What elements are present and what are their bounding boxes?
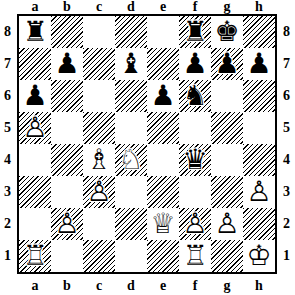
piece-fill-layer: ♟ — [51, 48, 83, 80]
square-c5[interactable] — [83, 112, 115, 144]
square-e1[interactable] — [147, 240, 179, 272]
square-d1[interactable] — [115, 240, 147, 272]
square-b1[interactable] — [51, 240, 83, 272]
square-c1[interactable] — [83, 240, 115, 272]
square-c4[interactable]: ♝♗ — [83, 144, 115, 176]
piece-white-pawn[interactable]: ♟♙ — [211, 208, 243, 240]
square-d3[interactable] — [115, 176, 147, 208]
file-label-d: d — [115, 0, 147, 14]
square-f4[interactable]: ♛ — [179, 144, 211, 176]
square-b7[interactable]: ♟ — [51, 48, 83, 80]
square-d7[interactable]: ♝ — [115, 48, 147, 80]
piece-fill-layer: ♟ — [19, 80, 51, 112]
square-f6[interactable]: ♞ — [179, 80, 211, 112]
piece-outline-layer: ♔ — [243, 240, 275, 272]
file-label-c: c — [83, 276, 115, 295]
file-label-f: f — [179, 0, 211, 14]
piece-fill-layer: ♟ — [147, 80, 179, 112]
piece-outline-layer: ♖ — [179, 240, 211, 272]
square-a7[interactable] — [19, 48, 51, 80]
piece-fill-layer: ♚ — [211, 16, 243, 48]
piece-outline-layer: ♙ — [51, 208, 83, 240]
square-e8[interactable] — [147, 16, 179, 48]
piece-fill-layer: ♟ — [243, 48, 275, 80]
square-d6[interactable] — [115, 80, 147, 112]
chess-diagram: abcdefgh abcdefgh 87654321 87654321 ♜♜♚♟… — [0, 0, 295, 295]
square-c6[interactable] — [83, 80, 115, 112]
piece-outline-layer: ♙ — [211, 208, 243, 240]
piece-outline-layer: ♙ — [83, 176, 115, 208]
square-a8[interactable]: ♜ — [19, 16, 51, 48]
piece-white-rook[interactable]: ♜♖ — [19, 240, 51, 272]
piece-black-knight[interactable]: ♞ — [179, 80, 211, 112]
square-g8[interactable]: ♚ — [211, 16, 243, 48]
square-g6[interactable] — [211, 80, 243, 112]
piece-white-king[interactable]: ♚♔ — [243, 240, 275, 272]
square-h4[interactable] — [243, 144, 275, 176]
piece-fill-layer: ♜ — [179, 16, 211, 48]
square-h2[interactable] — [243, 208, 275, 240]
rank-label-3: 3 — [279, 176, 294, 208]
piece-outline-layer: ♗ — [83, 144, 115, 176]
square-c2[interactable] — [83, 208, 115, 240]
file-label-e: e — [147, 0, 179, 14]
file-label-b: b — [51, 0, 83, 14]
square-h7[interactable]: ♟ — [243, 48, 275, 80]
file-label-h: h — [243, 276, 275, 295]
piece-black-pawn[interactable]: ♟ — [147, 80, 179, 112]
rank-label-5: 5 — [0, 112, 15, 144]
square-b5[interactable] — [51, 112, 83, 144]
square-h5[interactable] — [243, 112, 275, 144]
square-g2[interactable]: ♟♙ — [211, 208, 243, 240]
piece-fill-layer: ♝ — [115, 48, 147, 80]
square-e6[interactable]: ♟ — [147, 80, 179, 112]
square-g3[interactable] — [211, 176, 243, 208]
file-label-a: a — [19, 276, 51, 295]
piece-black-pawn[interactable]: ♟ — [19, 80, 51, 112]
piece-black-rook[interactable]: ♜ — [19, 16, 51, 48]
square-c7[interactable] — [83, 48, 115, 80]
rank-label-2: 2 — [0, 208, 15, 240]
square-d8[interactable] — [115, 16, 147, 48]
rank-label-1: 1 — [0, 240, 15, 272]
square-a3[interactable] — [19, 176, 51, 208]
square-c3[interactable]: ♟♙ — [83, 176, 115, 208]
piece-black-pawn[interactable]: ♟ — [51, 48, 83, 80]
rank-labels-left: 87654321 — [0, 16, 15, 272]
square-f8[interactable]: ♜ — [179, 16, 211, 48]
square-b6[interactable] — [51, 80, 83, 112]
square-f7[interactable]: ♟ — [179, 48, 211, 80]
square-b8[interactable] — [51, 16, 83, 48]
rank-label-5: 5 — [279, 112, 294, 144]
square-g5[interactable] — [211, 112, 243, 144]
file-label-e: e — [147, 276, 179, 295]
file-label-g: g — [211, 276, 243, 295]
rank-label-6: 6 — [0, 80, 15, 112]
square-f5[interactable] — [179, 112, 211, 144]
square-g1[interactable] — [211, 240, 243, 272]
square-h8[interactable] — [243, 16, 275, 48]
square-f1[interactable]: ♜♖ — [179, 240, 211, 272]
rank-label-8: 8 — [279, 16, 294, 48]
square-f2[interactable]: ♟♙ — [179, 208, 211, 240]
rank-labels-right: 87654321 — [279, 16, 294, 272]
piece-outline-layer: ♖ — [19, 240, 51, 272]
piece-black-pawn[interactable]: ♟ — [243, 48, 275, 80]
piece-black-rook[interactable]: ♜ — [179, 16, 211, 48]
square-h3[interactable]: ♟♙ — [243, 176, 275, 208]
file-label-g: g — [211, 0, 243, 14]
piece-black-queen[interactable]: ♛ — [179, 144, 211, 176]
square-c8[interactable] — [83, 16, 115, 48]
file-label-b: b — [51, 276, 83, 295]
square-d2[interactable] — [115, 208, 147, 240]
piece-outline-layer: ♙ — [19, 112, 51, 144]
square-a6[interactable]: ♟ — [19, 80, 51, 112]
piece-outline-layer: ♘ — [115, 144, 147, 176]
piece-white-queen[interactable]: ♛♕ — [147, 208, 179, 240]
piece-black-bishop[interactable]: ♝ — [115, 48, 147, 80]
file-label-f: f — [179, 276, 211, 295]
square-g7[interactable]: ♟ — [211, 48, 243, 80]
square-e2[interactable]: ♛♕ — [147, 208, 179, 240]
piece-white-pawn[interactable]: ♟♙ — [243, 176, 275, 208]
rank-label-3: 3 — [0, 176, 15, 208]
piece-black-king[interactable]: ♚ — [211, 16, 243, 48]
square-e5[interactable] — [147, 112, 179, 144]
square-f3[interactable] — [179, 176, 211, 208]
square-a4[interactable] — [19, 144, 51, 176]
piece-fill-layer: ♟ — [211, 48, 243, 80]
file-labels-bottom: abcdefgh — [19, 276, 275, 295]
square-g4[interactable] — [211, 144, 243, 176]
square-e3[interactable] — [147, 176, 179, 208]
square-d5[interactable] — [115, 112, 147, 144]
rank-label-4: 4 — [0, 144, 15, 176]
square-h6[interactable] — [243, 80, 275, 112]
square-h1[interactable]: ♚♔ — [243, 240, 275, 272]
piece-outline-layer: ♙ — [243, 176, 275, 208]
square-e7[interactable] — [147, 48, 179, 80]
square-e4[interactable] — [147, 144, 179, 176]
square-a2[interactable] — [19, 208, 51, 240]
piece-white-pawn[interactable]: ♟♙ — [19, 112, 51, 144]
piece-white-pawn[interactable]: ♟♙ — [83, 176, 115, 208]
rank-label-8: 8 — [0, 16, 15, 48]
file-label-h: h — [243, 0, 275, 14]
piece-fill-layer: ♞ — [179, 80, 211, 112]
rank-label-7: 7 — [0, 48, 15, 80]
piece-white-knight[interactable]: ♞♘ — [115, 144, 147, 176]
piece-outline-layer: ♕ — [147, 208, 179, 240]
piece-black-pawn[interactable]: ♟ — [179, 48, 211, 80]
piece-fill-layer: ♛ — [179, 144, 211, 176]
square-d4[interactable]: ♞♘ — [115, 144, 147, 176]
rank-label-6: 6 — [279, 80, 294, 112]
file-label-c: c — [83, 0, 115, 14]
piece-white-pawn[interactable]: ♟♙ — [179, 208, 211, 240]
piece-black-pawn[interactable]: ♟ — [211, 48, 243, 80]
file-labels-top: abcdefgh — [19, 0, 275, 14]
piece-white-bishop[interactable]: ♝♗ — [83, 144, 115, 176]
rank-label-4: 4 — [279, 144, 294, 176]
piece-fill-layer: ♟ — [179, 48, 211, 80]
piece-outline-layer: ♙ — [179, 208, 211, 240]
square-b3[interactable] — [51, 176, 83, 208]
square-b2[interactable]: ♟♙ — [51, 208, 83, 240]
piece-white-pawn[interactable]: ♟♙ — [51, 208, 83, 240]
square-a5[interactable]: ♟♙ — [19, 112, 51, 144]
piece-white-rook[interactable]: ♜♖ — [179, 240, 211, 272]
piece-fill-layer: ♜ — [19, 16, 51, 48]
square-a1[interactable]: ♜♖ — [19, 240, 51, 272]
file-label-d: d — [115, 276, 147, 295]
square-b4[interactable] — [51, 144, 83, 176]
rank-label-7: 7 — [279, 48, 294, 80]
chess-board: ♜♜♚♟♝♟♟♟♟♟♞♟♙♝♗♞♘♛♟♙♟♙♟♙♛♕♟♙♟♙♜♖♜♖♚♔ — [17, 14, 277, 274]
file-label-a: a — [19, 0, 51, 14]
rank-label-1: 1 — [279, 240, 294, 272]
rank-label-2: 2 — [279, 208, 294, 240]
